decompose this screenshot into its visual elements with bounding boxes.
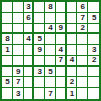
cell-r6c2[interactable]	[13, 56, 24, 67]
cell-r8c7[interactable]: 2	[67, 77, 78, 88]
cell-r1c5[interactable]: 8	[45, 2, 56, 13]
cell-r2c8[interactable]: 7	[77, 13, 88, 24]
cell-r6c8[interactable]	[77, 56, 88, 67]
given-digit: 7	[81, 14, 85, 22]
cell-r1c1[interactable]	[2, 2, 13, 13]
cell-r7c2[interactable]: 9	[13, 67, 24, 78]
given-digit: 3	[92, 46, 96, 54]
cell-r7c1[interactable]	[2, 67, 13, 78]
cell-r1c9[interactable]	[88, 2, 99, 13]
cell-r2c6[interactable]	[56, 13, 67, 24]
given-digit: 5	[37, 35, 41, 43]
cell-r1c2[interactable]	[13, 2, 24, 13]
cell-r3c8[interactable]: 2	[77, 24, 88, 35]
cell-r8c8[interactable]	[77, 77, 88, 88]
given-digit: 5	[48, 68, 52, 76]
given-digit: 8	[5, 35, 9, 43]
cell-r7c8[interactable]	[77, 67, 88, 78]
cell-r4c3[interactable]: 4	[24, 34, 35, 45]
cell-r2c1[interactable]	[2, 13, 13, 24]
cell-r2c2[interactable]	[13, 13, 24, 24]
cell-r8c9[interactable]	[88, 77, 99, 88]
cell-r4c6[interactable]	[56, 34, 67, 45]
cell-r8c5[interactable]	[45, 77, 56, 88]
cell-r5c7[interactable]	[67, 45, 78, 56]
cell-r8c6[interactable]	[56, 77, 67, 88]
given-digit: 9	[16, 68, 20, 76]
cell-r8c4[interactable]	[34, 77, 45, 88]
cell-r9c1[interactable]	[2, 88, 13, 99]
given-digit: 5	[5, 78, 9, 86]
given-digit: 4	[26, 35, 30, 43]
cell-r4c8[interactable]	[77, 34, 88, 45]
cell-r5c8[interactable]	[77, 45, 88, 56]
cell-r3c7[interactable]	[67, 24, 78, 35]
cell-r7c7[interactable]	[67, 67, 78, 78]
cell-r9c6[interactable]	[56, 88, 67, 99]
cell-r9c7[interactable]: 1	[67, 88, 78, 99]
given-digit: 4	[48, 24, 52, 32]
cell-r9c9[interactable]	[88, 88, 99, 99]
cell-r2c3[interactable]: 6	[24, 13, 35, 24]
cell-r9c4[interactable]	[34, 88, 45, 99]
cell-r9c8[interactable]	[77, 88, 88, 99]
cell-r7c5[interactable]: 5	[45, 67, 56, 78]
cell-r5c9[interactable]: 3	[88, 45, 99, 56]
cell-r5c3[interactable]	[24, 45, 35, 56]
given-digit: 8	[48, 3, 52, 11]
given-digit: 6	[26, 14, 30, 22]
cell-r3c9[interactable]	[88, 24, 99, 35]
given-digit: 9	[37, 46, 41, 54]
given-digit: 1	[5, 46, 9, 54]
given-digit: 2	[70, 78, 74, 86]
cell-r2c5[interactable]	[45, 13, 56, 24]
cell-r3c1[interactable]	[2, 24, 13, 35]
cell-r8c3[interactable]	[24, 77, 35, 88]
cell-r4c4[interactable]: 5	[34, 34, 45, 45]
given-digit: 1	[70, 90, 74, 98]
given-digit: 3	[26, 3, 30, 11]
given-digit: 7	[59, 56, 63, 64]
cell-r6c9[interactable]: 2	[88, 56, 99, 67]
given-digit: 2	[92, 56, 96, 64]
cell-r9c5[interactable]: 7	[45, 88, 56, 99]
cell-r7c9[interactable]	[88, 67, 99, 78]
given-digit: 6	[81, 3, 85, 11]
cell-r5c4[interactable]: 9	[34, 45, 45, 56]
cell-r3c2[interactable]	[13, 24, 24, 35]
given-digit: 4	[59, 46, 63, 54]
cell-r8c2[interactable]: 7	[13, 77, 24, 88]
cell-r4c9[interactable]	[88, 34, 99, 45]
cell-r6c1[interactable]	[2, 56, 13, 67]
cell-r1c4[interactable]	[34, 2, 45, 13]
cell-r2c4[interactable]	[34, 13, 45, 24]
cell-r7c3[interactable]	[24, 67, 35, 78]
cell-r7c4[interactable]: 3	[34, 67, 45, 78]
cell-r9c2[interactable]: 3	[13, 88, 24, 99]
given-digit: 3	[37, 68, 41, 76]
cell-r4c7[interactable]	[67, 34, 78, 45]
cell-r3c6[interactable]: 9	[56, 24, 67, 35]
given-digit: 7	[16, 78, 20, 86]
cell-r6c3[interactable]	[24, 56, 35, 67]
cell-r5c5[interactable]	[45, 45, 56, 56]
cell-r4c1[interactable]: 8	[2, 34, 13, 45]
cell-r1c3[interactable]: 3	[24, 2, 35, 13]
cell-r1c7[interactable]	[67, 2, 78, 13]
cell-r2c9[interactable]: 5	[88, 13, 99, 24]
sudoku-board: 3866754928451943742935572371	[0, 0, 101, 101]
cell-r6c7[interactable]: 4	[67, 56, 78, 67]
cell-r4c2[interactable]	[13, 34, 24, 45]
given-digit: 7	[48, 90, 52, 98]
cell-r3c4[interactable]	[34, 24, 45, 35]
given-digit: 5	[92, 14, 96, 22]
given-digit: 9	[59, 24, 63, 32]
cell-r3c5[interactable]: 4	[45, 24, 56, 35]
given-digit: 4	[70, 56, 74, 64]
cell-r5c2[interactable]	[13, 45, 24, 56]
cell-r6c5[interactable]	[45, 56, 56, 67]
given-digit: 3	[16, 90, 20, 98]
cell-r6c6[interactable]: 7	[56, 56, 67, 67]
cell-r6c4[interactable]	[34, 56, 45, 67]
cell-r3c3[interactable]	[24, 24, 35, 35]
cell-r4c5[interactable]	[45, 34, 56, 45]
cell-r1c6[interactable]	[56, 2, 67, 13]
given-digit: 2	[81, 24, 85, 32]
cell-r5c6[interactable]: 4	[56, 45, 67, 56]
cell-r2c7[interactable]	[67, 13, 78, 24]
cell-r8c1[interactable]: 5	[2, 77, 13, 88]
cell-r1c8[interactable]: 6	[77, 2, 88, 13]
cell-r7c6[interactable]	[56, 67, 67, 78]
cell-r9c3[interactable]	[24, 88, 35, 99]
cell-r5c1[interactable]: 1	[2, 45, 13, 56]
